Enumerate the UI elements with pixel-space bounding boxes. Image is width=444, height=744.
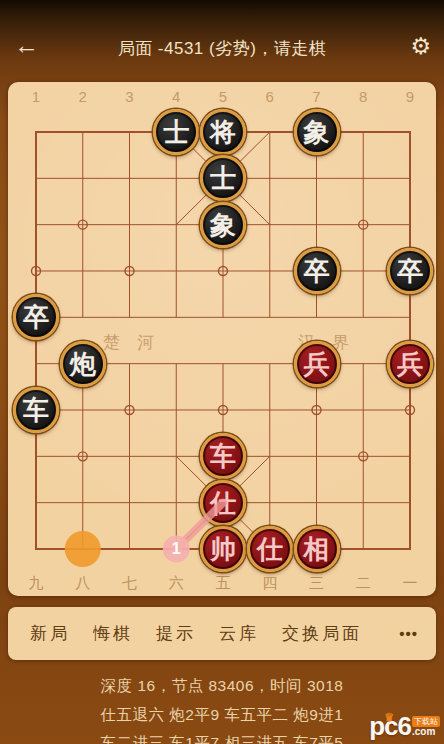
pc6-logo: pc6♛ (369, 715, 411, 737)
piece-black-士[interactable]: 士 (200, 155, 246, 201)
piece-black-将[interactable]: 将 (200, 109, 246, 155)
menu-more-icon[interactable]: ••• (399, 625, 418, 642)
piece-red-仕[interactable]: 仕 (247, 526, 293, 572)
menu-item-swap-position[interactable]: 交换局面 (282, 622, 362, 645)
piece-black-卒[interactable]: 卒 (387, 248, 433, 294)
menu-item-new-game[interactable]: 新局 (30, 622, 70, 645)
page-title: 局面 -4531 (劣势)，请走棋 (0, 37, 444, 60)
piece-black-象[interactable]: 象 (200, 202, 246, 248)
pc6-watermark: pc6♛ 下载站 .com (369, 715, 440, 737)
piece-black-士[interactable]: 士 (153, 109, 199, 155)
piece-red-兵[interactable]: 兵 (294, 341, 340, 387)
engine-status-line: 深度 16，节点 83406，时间 3018 (0, 676, 444, 697)
piece-black-车[interactable]: 车 (13, 387, 59, 433)
piece-red-车[interactable]: 车 (200, 433, 246, 479)
piece-red-相[interactable]: 相 (294, 526, 340, 572)
piece-black-卒[interactable]: 卒 (13, 294, 59, 340)
piece-red-帅[interactable]: 帅 (200, 526, 246, 572)
settings-gear-icon[interactable]: ⚙ (410, 33, 431, 59)
bottom-menu-bar: 新局 悔棋 提示 云库 交换局面 ••• (8, 607, 436, 660)
menu-item-undo[interactable]: 悔棋 (93, 622, 133, 645)
piece-red-兵[interactable]: 兵 (387, 341, 433, 387)
domain-suffix: .com (412, 727, 435, 737)
piece-black-炮[interactable]: 炮 (60, 341, 106, 387)
crown-icon: ♛ (384, 706, 393, 728)
piece-black-象[interactable]: 象 (294, 109, 340, 155)
menu-item-cloud-library[interactable]: 云库 (219, 622, 259, 645)
menu-item-hint[interactable]: 提示 (156, 622, 196, 645)
piece-red-仕[interactable]: 仕 (200, 480, 246, 526)
xiangqi-board[interactable]: 楚河 汉界 123456789九八七六五四三二一士将象士象卒卒卒炮车兵兵车仕帅仕… (8, 82, 436, 596)
piece-black-卒[interactable]: 卒 (294, 248, 340, 294)
